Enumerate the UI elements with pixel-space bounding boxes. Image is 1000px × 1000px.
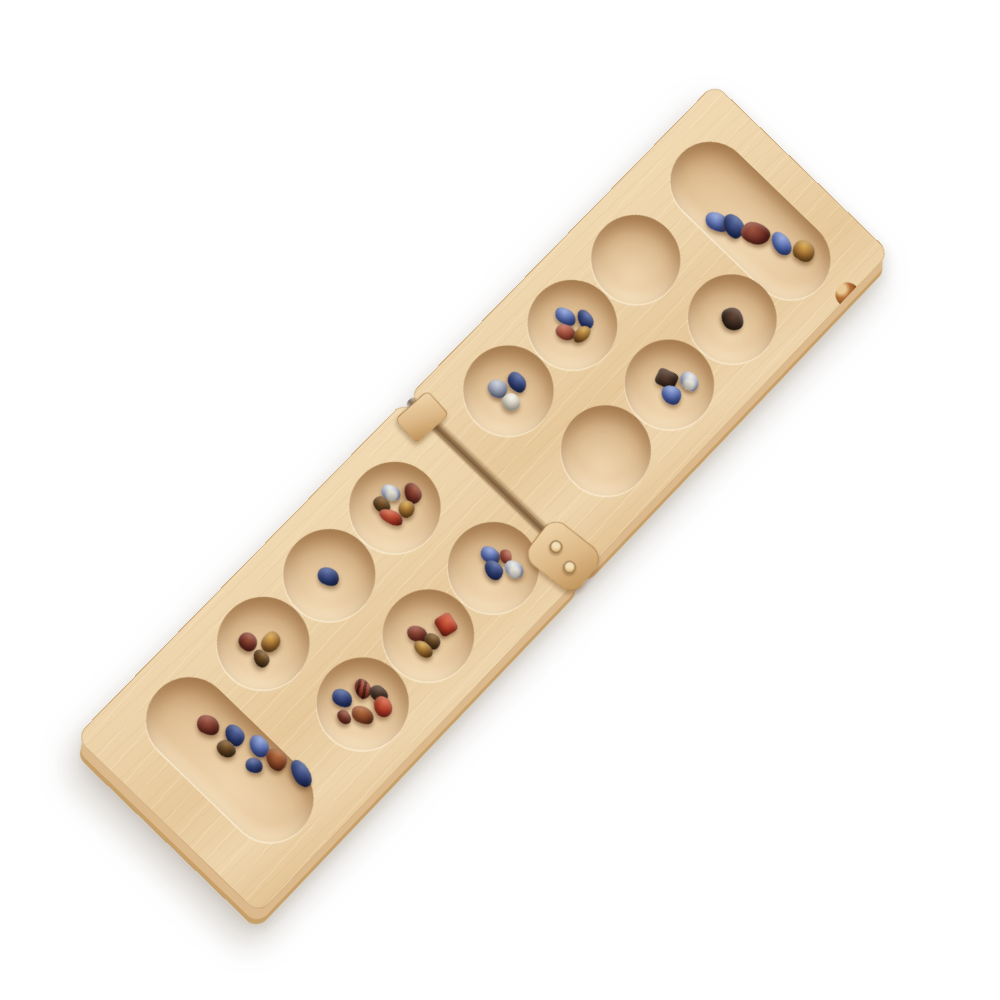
board-surface <box>76 83 888 912</box>
hinge-dowel <box>560 558 579 577</box>
hinge-dowel <box>547 537 566 556</box>
board-shadow-layer <box>0 0 1000 1000</box>
mancala-board <box>82 70 902 907</box>
photo-background <box>0 0 1000 1000</box>
